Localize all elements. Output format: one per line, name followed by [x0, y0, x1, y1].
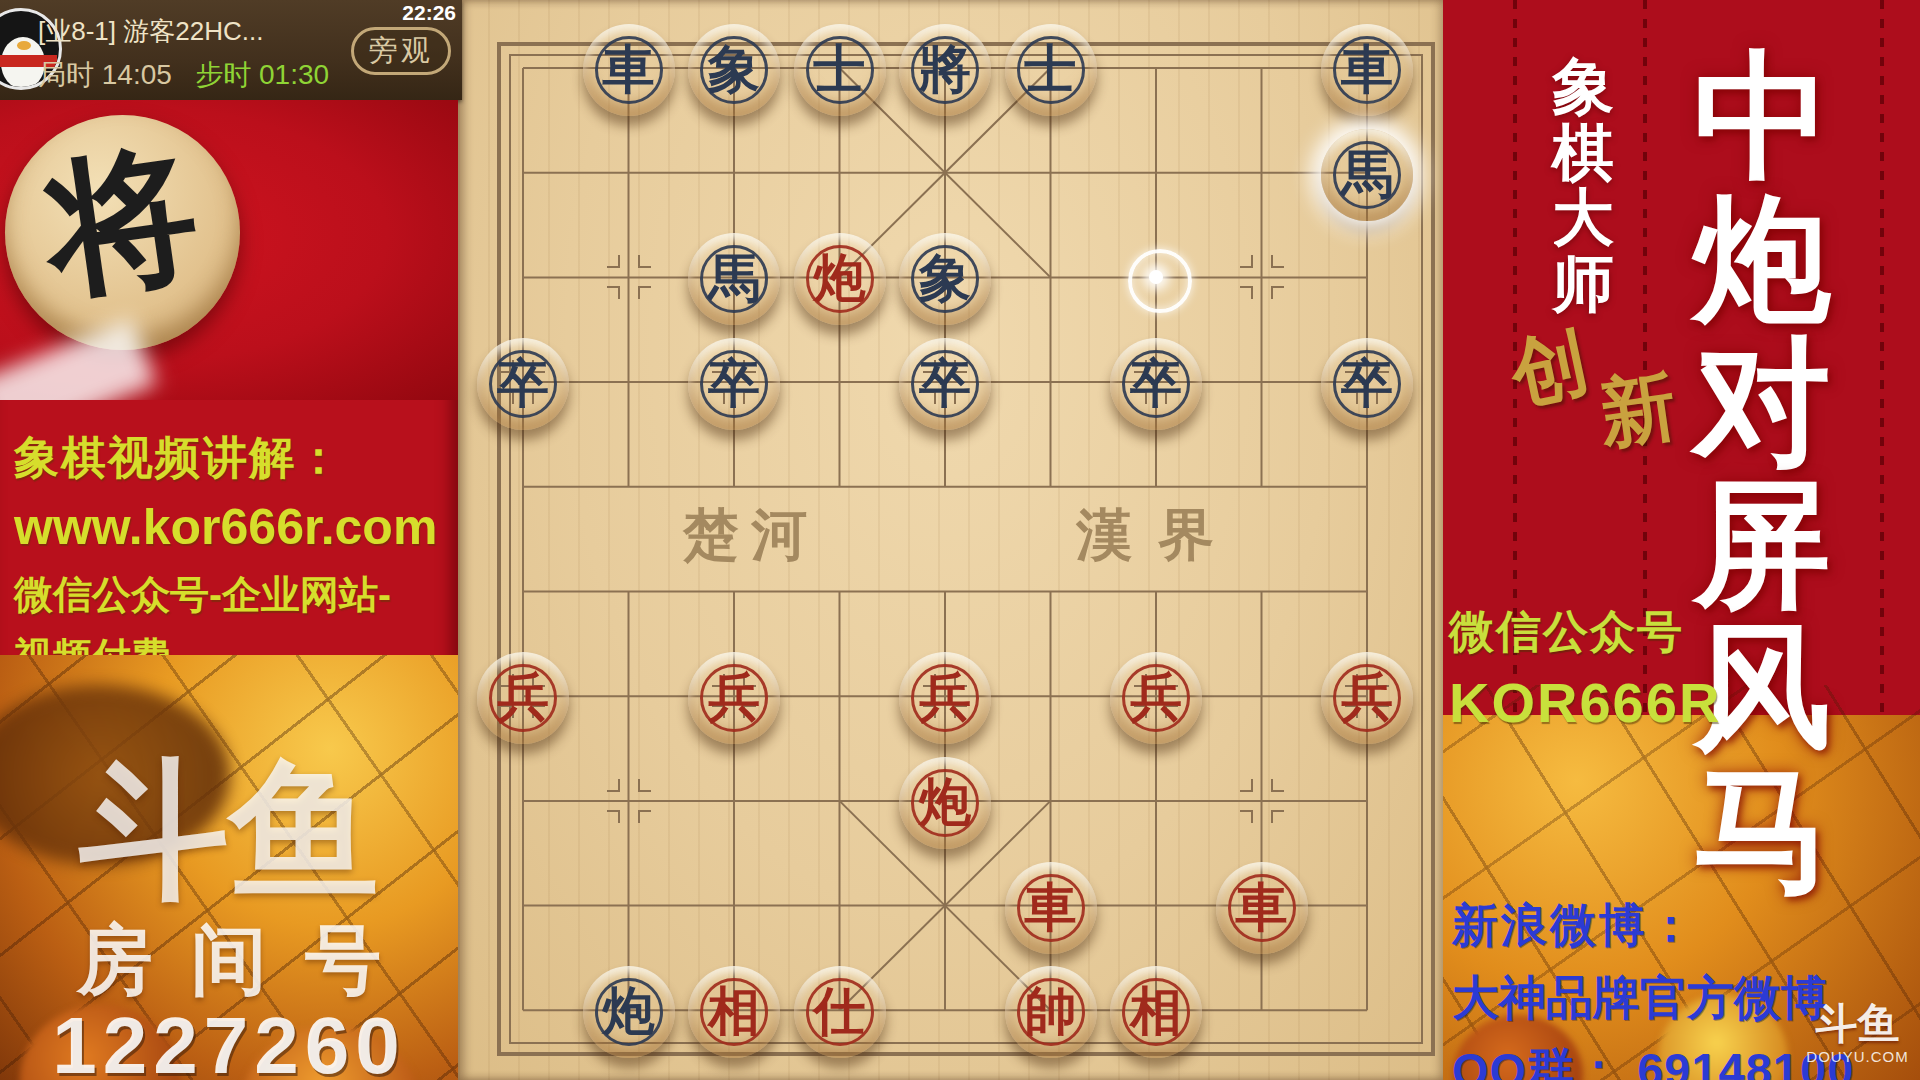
- xiangqi-board[interactable]: 楚河 漢界 車象士將士車馬馬炮象卒卒卒卒卒兵兵兵兵兵炮車車炮相仕帥相: [458, 0, 1443, 1080]
- black-piece-卒[interactable]: 卒: [477, 338, 569, 430]
- black-piece-士[interactable]: 士: [1005, 24, 1097, 116]
- point-marker: [607, 779, 651, 823]
- point-marker: [1240, 255, 1284, 299]
- black-piece-士[interactable]: 士: [794, 24, 886, 116]
- room-number-value: 1227260: [0, 1000, 458, 1080]
- black-piece-馬[interactable]: 馬: [1321, 129, 1413, 221]
- black-piece-象[interactable]: 象: [688, 24, 780, 116]
- move-time-value: 01:30: [259, 59, 329, 90]
- black-piece-車[interactable]: 車: [1321, 24, 1413, 116]
- red-piece-炮[interactable]: 炮: [794, 233, 886, 325]
- mouse-cursor-ring: [1128, 249, 1192, 313]
- time-row: 局时 14:05 步时 01:30: [38, 56, 329, 94]
- black-piece-馬[interactable]: 馬: [688, 233, 780, 325]
- calligraphy-char: 创: [1502, 311, 1598, 428]
- douyu-logo: 斗鱼 DOUYU.COM: [1795, 1002, 1920, 1065]
- red-piece-帥[interactable]: 帥: [1005, 966, 1097, 1058]
- ad-url[interactable]: www.kor666r.com: [14, 498, 454, 556]
- left-sidebar: 将 象棋视频讲解： www.kor666r.com 微信公众号-企业网站- 视频…: [0, 100, 458, 1080]
- move-time-label: 步时: [195, 59, 251, 90]
- black-piece-炮[interactable]: 炮: [583, 966, 675, 1058]
- calligraphy-innovation: 创 新: [1512, 318, 1712, 498]
- black-piece-將[interactable]: 將: [899, 24, 991, 116]
- black-piece-卒[interactable]: 卒: [1110, 338, 1202, 430]
- stream-frame: 楚河 漢界 車象士將士車馬馬炮象卒卒卒卒卒兵兵兵兵兵炮車車炮相仕帥相 [业8-1…: [0, 0, 1920, 1080]
- qq-group-line: QQ群： 69148100: [1452, 1039, 1854, 1080]
- banner-title-master: 象棋大师: [1552, 55, 1618, 318]
- black-piece-卒[interactable]: 卒: [688, 338, 780, 430]
- point-marker: [1240, 779, 1284, 823]
- red-piece-兵[interactable]: 兵: [1110, 652, 1202, 744]
- wechat-label: 微信公众号: [1449, 602, 1721, 662]
- red-piece-兵[interactable]: 兵: [477, 652, 569, 744]
- red-piece-仕[interactable]: 仕: [794, 966, 886, 1058]
- wechat-id: KOR666R: [1449, 670, 1721, 735]
- black-piece-象[interactable]: 象: [899, 233, 991, 325]
- ad-text-block: 象棋视频讲解： www.kor666r.com 微信公众号-企业网站- 视频付费: [14, 428, 454, 684]
- gold-pieces-photo: 斗鱼 房间号 1227260: [0, 655, 458, 1080]
- douyu-watermark: 斗鱼: [0, 755, 458, 905]
- king-piece-char: 将: [0, 108, 253, 341]
- calligraphy-char: 新: [1593, 355, 1683, 468]
- player-name: [业8-1] 游客22HC...: [38, 14, 263, 49]
- red-piece-兵[interactable]: 兵: [899, 652, 991, 744]
- douyu-logo-domain: DOUYU.COM: [1795, 1048, 1920, 1065]
- game-time-label: 局时: [38, 59, 94, 90]
- weibo-qq-block: 新浪微博： 大神品牌官方微博 QQ群： 69148100: [1452, 895, 1854, 1080]
- point-marker: [607, 255, 651, 299]
- game-time-value: 14:05: [102, 59, 172, 90]
- room-number-label: 房间号: [0, 910, 458, 1013]
- red-piece-炮[interactable]: 炮: [899, 757, 991, 849]
- red-piece-車[interactable]: 車: [1216, 862, 1308, 954]
- red-piece-車[interactable]: 車: [1005, 862, 1097, 954]
- king-piece-disc: 将: [5, 115, 240, 350]
- ad-line: 象棋视频讲解：: [14, 428, 454, 488]
- ad-line: 微信公众号-企业网站-: [14, 568, 454, 622]
- red-piece-兵[interactable]: 兵: [1321, 652, 1413, 744]
- spectate-button[interactable]: 旁观: [351, 27, 451, 75]
- douyu-logo-text: 斗鱼: [1795, 1002, 1920, 1046]
- black-piece-車[interactable]: 車: [583, 24, 675, 116]
- black-piece-卒[interactable]: 卒: [1321, 338, 1413, 430]
- wechat-block: 微信公众号 KOR666R: [1449, 602, 1721, 735]
- red-piece-兵[interactable]: 兵: [688, 652, 780, 744]
- river-label-right: 漢界: [1076, 503, 1240, 567]
- weibo-label: 新浪微博：: [1452, 895, 1854, 957]
- red-piece-相[interactable]: 相: [1110, 966, 1202, 1058]
- black-piece-卒[interactable]: 卒: [899, 338, 991, 430]
- river-label-left: 楚河: [683, 503, 819, 567]
- banner-title-main: 中炮对屏风马: [1693, 45, 1839, 902]
- dotted-stripe: [1880, 0, 1884, 715]
- red-piece-相[interactable]: 相: [688, 966, 780, 1058]
- penguin-beak: [17, 41, 31, 50]
- king-piece-photo: 将: [0, 100, 458, 400]
- stream-clock: 22:26: [402, 1, 456, 25]
- weibo-name: 大神品牌官方微博: [1452, 967, 1854, 1030]
- game-info-bar: [业8-1] 游客22HC... 局时 14:05 步时 01:30 22:26…: [0, 0, 462, 100]
